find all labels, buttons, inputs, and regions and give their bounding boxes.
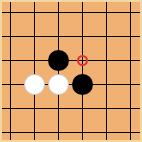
- grid-line-horizontal: [2, 36, 22, 37]
- board-intersection[interactable]: [94, 2, 118, 24]
- grid-line-vertical: [58, 2, 59, 24]
- board-intersection[interactable]: [118, 48, 140, 72]
- board-intersection[interactable]: [70, 120, 94, 140]
- board-intersection[interactable]: [22, 120, 46, 140]
- board-intersection[interactable]: [118, 2, 140, 24]
- grid-line-vertical: [106, 2, 107, 24]
- grid-line-horizontal: [2, 84, 22, 85]
- red-circle-marker-icon: [77, 55, 88, 66]
- go-diagram: [0, 0, 142, 142]
- grid-line-horizontal: [2, 12, 22, 13]
- grid-line-vertical: [130, 48, 131, 72]
- grid-line-vertical: [10, 96, 11, 120]
- board-intersection[interactable]: [46, 96, 70, 120]
- grid-line-vertical: [58, 96, 59, 120]
- black-stone: [72, 74, 93, 95]
- grid-line-vertical: [106, 96, 107, 120]
- grid-line-vertical: [82, 120, 83, 140]
- board-intersection[interactable]: [2, 48, 22, 72]
- grid-line-vertical: [106, 48, 107, 72]
- grid-line-vertical: [106, 72, 107, 96]
- board-intersection[interactable]: [22, 96, 46, 120]
- board-intersection[interactable]: [70, 48, 94, 72]
- grid-line-vertical: [130, 24, 131, 48]
- grid-line-vertical: [130, 72, 131, 96]
- board-intersection[interactable]: [118, 120, 140, 140]
- grid-line-horizontal: [118, 132, 140, 133]
- board-intersection[interactable]: [22, 2, 46, 24]
- board-intersection[interactable]: [2, 2, 22, 24]
- grid-line-horizontal: [118, 84, 140, 85]
- white-stone: [24, 74, 45, 95]
- board-intersection[interactable]: [70, 24, 94, 48]
- board-intersection[interactable]: [118, 96, 140, 120]
- grid-line-vertical: [58, 120, 59, 140]
- board-intersection[interactable]: [70, 2, 94, 24]
- board-intersection[interactable]: [94, 120, 118, 140]
- grid-line-vertical: [106, 24, 107, 48]
- grid-line-horizontal: [118, 108, 140, 109]
- grid-line-vertical: [34, 48, 35, 72]
- grid-line-horizontal: [118, 60, 140, 61]
- grid-line-vertical: [10, 2, 11, 24]
- board-intersection[interactable]: [2, 24, 22, 48]
- board-intersection[interactable]: [94, 48, 118, 72]
- board-intersection[interactable]: [94, 72, 118, 96]
- board-intersection[interactable]: [22, 48, 46, 72]
- grid-line-horizontal: [2, 60, 22, 61]
- grid-line-vertical: [58, 24, 59, 48]
- board-intersection[interactable]: [118, 24, 140, 48]
- grid-line-vertical: [82, 2, 83, 24]
- grid-line-vertical: [34, 2, 35, 24]
- grid-line-vertical: [10, 48, 11, 72]
- grid-line-horizontal: [118, 12, 140, 13]
- board-intersection[interactable]: [22, 72, 46, 96]
- board-intersection[interactable]: [2, 120, 22, 140]
- grid-line-vertical: [130, 96, 131, 120]
- grid-line-vertical: [130, 2, 131, 24]
- grid-line-vertical: [82, 24, 83, 48]
- grid-line-vertical: [34, 24, 35, 48]
- white-stone: [48, 74, 69, 95]
- board-intersection[interactable]: [46, 2, 70, 24]
- grid-line-horizontal: [118, 36, 140, 37]
- board-intersection[interactable]: [46, 120, 70, 140]
- grid-line-vertical: [106, 120, 107, 140]
- grid-line-vertical: [10, 24, 11, 48]
- board-intersection[interactable]: [46, 48, 70, 72]
- go-board-grid: [2, 2, 140, 140]
- grid-line-vertical: [82, 96, 83, 120]
- board-intersection[interactable]: [46, 72, 70, 96]
- board-intersection[interactable]: [94, 24, 118, 48]
- board-intersection[interactable]: [2, 96, 22, 120]
- board-intersection[interactable]: [2, 72, 22, 96]
- board-intersection[interactable]: [70, 96, 94, 120]
- board-intersection[interactable]: [94, 96, 118, 120]
- grid-line-vertical: [10, 72, 11, 96]
- board-intersection[interactable]: [22, 24, 46, 48]
- board-intersection[interactable]: [46, 24, 70, 48]
- grid-line-vertical: [10, 120, 11, 140]
- grid-line-vertical: [130, 120, 131, 140]
- grid-line-vertical: [34, 96, 35, 120]
- black-stone: [48, 50, 69, 71]
- board-intersection[interactable]: [70, 72, 94, 96]
- grid-line-horizontal: [2, 132, 22, 133]
- board-intersection[interactable]: [118, 72, 140, 96]
- go-board: [2, 2, 140, 140]
- grid-line-vertical: [34, 120, 35, 140]
- grid-line-horizontal: [2, 108, 22, 109]
